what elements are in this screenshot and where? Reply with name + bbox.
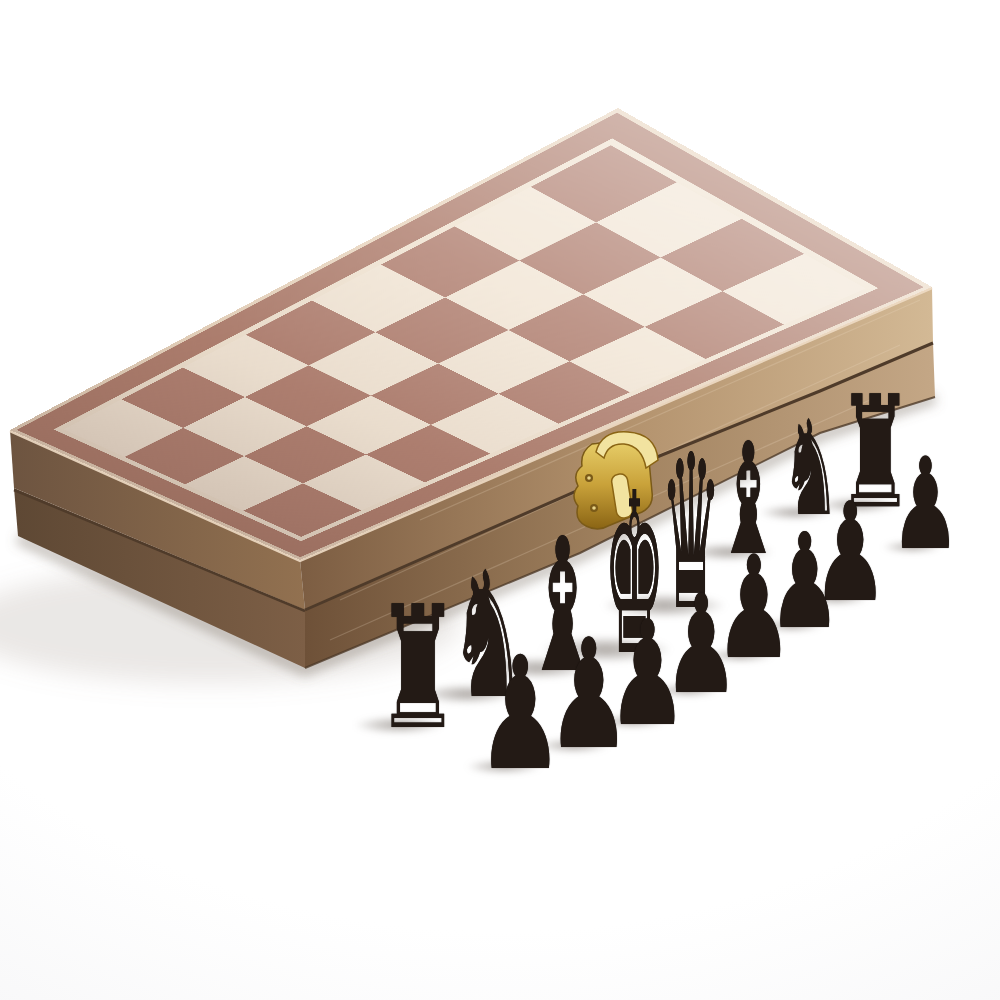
chess-piece-pawn-black: ♟ (471, 636, 568, 793)
chess-piece-rook-black: ♜ (371, 584, 464, 754)
chess-set-product-scene: ♜♞♝♚♛♝♞♜♟♟♟♟♟♟♟♟ (0, 0, 1000, 1000)
chess-piece-pawn-black: ♟ (886, 441, 965, 568)
pieces-layer: ♜♞♝♚♛♝♞♜♟♟♟♟♟♟♟♟ (0, 0, 1000, 1000)
